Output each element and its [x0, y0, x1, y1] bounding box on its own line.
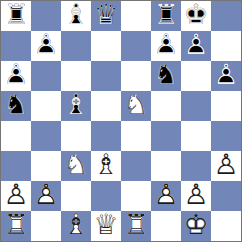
square-d8[interactable]: ♛♕	[91, 1, 121, 31]
black-bishop-detail: ♗	[63, 1, 88, 29]
white-queen-detail: ♕	[93, 211, 118, 239]
white-king-detail: ♔	[183, 211, 208, 239]
square-f4[interactable]	[151, 121, 181, 151]
square-c2[interactable]	[61, 181, 91, 211]
square-b8[interactable]	[31, 1, 61, 31]
square-f7[interactable]: ♟♙	[151, 31, 181, 61]
square-d2[interactable]	[91, 181, 121, 211]
square-h8[interactable]	[211, 1, 241, 31]
square-d6[interactable]	[91, 61, 121, 91]
square-b7[interactable]: ♟♙	[31, 31, 61, 61]
square-h2[interactable]	[211, 181, 241, 211]
square-d1[interactable]: ♛♕	[91, 211, 121, 241]
white-pawn-detail: ♙	[33, 181, 58, 209]
white-rook-detail: ♖	[123, 211, 148, 239]
square-f3[interactable]	[151, 151, 181, 181]
white-bishop-detail: ♗	[93, 151, 118, 179]
square-e3[interactable]	[121, 151, 151, 181]
square-a5[interactable]: ♞♘	[1, 91, 31, 121]
square-e1[interactable]: ♜♖	[121, 211, 151, 241]
square-h5[interactable]	[211, 91, 241, 121]
square-g3[interactable]	[181, 151, 211, 181]
black-pawn-detail: ♙	[3, 61, 28, 89]
white-pawn-detail: ♙	[3, 181, 28, 209]
square-h3[interactable]: ♟♙	[211, 151, 241, 181]
square-a7[interactable]	[1, 31, 31, 61]
square-e7[interactable]	[121, 31, 151, 61]
square-a4[interactable]	[1, 121, 31, 151]
square-e5[interactable]: ♞♘	[121, 91, 151, 121]
square-g4[interactable]	[181, 121, 211, 151]
square-b2[interactable]: ♟♙	[31, 181, 61, 211]
square-g5[interactable]	[181, 91, 211, 121]
square-g7[interactable]: ♟♙	[181, 31, 211, 61]
square-c3[interactable]: ♞♘	[61, 151, 91, 181]
chess-board: ♜♖♝♗♛♕♜♖♚♔♟♙♟♙♟♙♟♙♞♘♟♙♞♘♝♗♞♘♞♘♝♗♟♙♟♙♟♙♟♙…	[0, 0, 242, 242]
black-pawn-detail: ♙	[183, 31, 208, 59]
black-pawn-detail: ♙	[213, 61, 238, 89]
square-d7[interactable]	[91, 31, 121, 61]
square-e2[interactable]	[121, 181, 151, 211]
black-rook-detail: ♖	[153, 1, 178, 29]
square-e6[interactable]	[121, 61, 151, 91]
square-g6[interactable]	[181, 61, 211, 91]
square-b5[interactable]	[31, 91, 61, 121]
black-knight-detail: ♘	[153, 61, 178, 89]
white-knight-detail: ♘	[63, 151, 88, 179]
square-c8[interactable]: ♝♗	[61, 1, 91, 31]
square-e8[interactable]	[121, 1, 151, 31]
square-a3[interactable]	[1, 151, 31, 181]
square-g8[interactable]: ♚♔	[181, 1, 211, 31]
square-c7[interactable]	[61, 31, 91, 61]
white-pawn-detail: ♙	[183, 181, 208, 209]
white-pawn-detail: ♙	[153, 181, 178, 209]
square-g1[interactable]: ♚♔	[181, 211, 211, 241]
square-c4[interactable]	[61, 121, 91, 151]
black-king-detail: ♔	[183, 1, 208, 29]
black-knight-detail: ♘	[3, 91, 28, 119]
square-b1[interactable]	[31, 211, 61, 241]
square-d4[interactable]	[91, 121, 121, 151]
square-f6[interactable]: ♞♘	[151, 61, 181, 91]
square-h6[interactable]: ♟♙	[211, 61, 241, 91]
square-g2[interactable]: ♟♙	[181, 181, 211, 211]
white-rook-detail: ♖	[3, 211, 28, 239]
black-queen-detail: ♕	[93, 1, 118, 29]
black-rook-detail: ♖	[3, 1, 28, 29]
square-h7[interactable]	[211, 31, 241, 61]
square-d5[interactable]	[91, 91, 121, 121]
square-c6[interactable]	[61, 61, 91, 91]
square-b6[interactable]	[31, 61, 61, 91]
square-f8[interactable]: ♜♖	[151, 1, 181, 31]
black-bishop-detail: ♗	[63, 91, 88, 119]
square-c1[interactable]: ♝♗	[61, 211, 91, 241]
square-a8[interactable]: ♜♖	[1, 1, 31, 31]
chess-diagram: ♜♖♝♗♛♕♜♖♚♔♟♙♟♙♟♙♟♙♞♘♟♙♞♘♝♗♞♘♞♘♝♗♟♙♟♙♟♙♟♙…	[0, 0, 242, 242]
white-knight-detail: ♘	[123, 91, 148, 119]
square-a2[interactable]: ♟♙	[1, 181, 31, 211]
white-bishop-detail: ♗	[63, 211, 88, 239]
square-f2[interactable]: ♟♙	[151, 181, 181, 211]
square-e4[interactable]	[121, 121, 151, 151]
square-a1[interactable]: ♜♖	[1, 211, 31, 241]
square-h1[interactable]	[211, 211, 241, 241]
black-pawn-detail: ♙	[33, 31, 58, 59]
square-f1[interactable]	[151, 211, 181, 241]
square-a6[interactable]: ♟♙	[1, 61, 31, 91]
square-d3[interactable]: ♝♗	[91, 151, 121, 181]
square-b4[interactable]	[31, 121, 61, 151]
square-c5[interactable]: ♝♗	[61, 91, 91, 121]
black-pawn-detail: ♙	[153, 31, 178, 59]
white-pawn-detail: ♙	[213, 151, 238, 179]
square-f5[interactable]	[151, 91, 181, 121]
square-b3[interactable]	[31, 151, 61, 181]
square-h4[interactable]	[211, 121, 241, 151]
